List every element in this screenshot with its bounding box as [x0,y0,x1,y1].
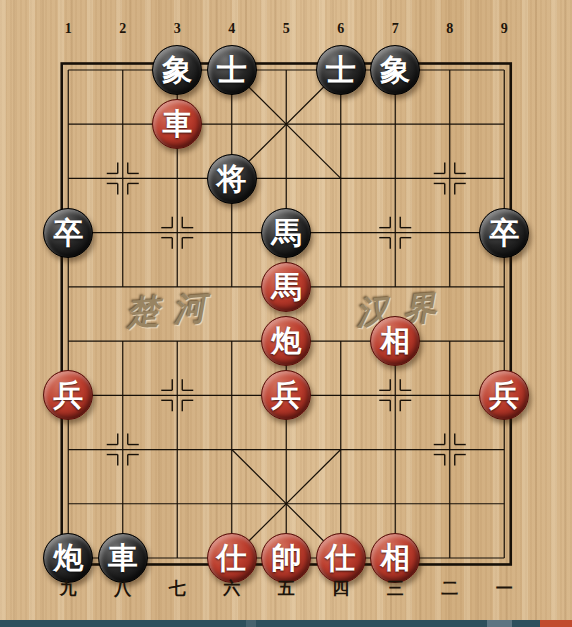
piece-glyph: 兵 [271,371,301,419]
file-label-bottom: 三 [368,577,423,600]
piece-red-cannon[interactable]: 炮 [261,316,311,366]
board-point: 卒 [41,206,96,260]
file-label-bottom: 一 [477,577,532,600]
board-point: 相 [368,314,423,368]
file-label-bottom: 九 [41,577,96,600]
file-label-top: 4 [205,21,260,39]
piece-black-cannon[interactable]: 炮 [43,533,93,583]
piece-glyph: 卒 [489,209,519,257]
file-label-bottom: 八 [96,577,151,600]
file-label-top: 3 [150,21,205,39]
piece-black-advisor[interactable]: 士 [316,45,366,95]
file-label-top: 2 [96,21,151,39]
piece-black-horse[interactable]: 馬 [261,208,311,258]
piece-black-chariot[interactable]: 車 [98,533,148,583]
piece-glyph: 仕 [217,534,247,582]
piece-red-general[interactable]: 帥 [261,533,311,583]
file-label-bottom: 七 [150,577,205,600]
piece-glyph: 相 [380,534,410,582]
board-point: 兵 [259,368,314,422]
piece-red-pawn[interactable]: 兵 [479,370,529,420]
piece-glyph: 士 [326,46,356,94]
piece-red-advisor[interactable]: 仕 [316,533,366,583]
board-point: 士 [314,43,369,97]
xiangqi-board[interactable]: 象士士象車将卒馬卒馬炮相兵兵兵炮車仕帥仕相 [41,43,532,585]
piece-black-advisor[interactable]: 士 [207,45,257,95]
piece-glyph: 馬 [271,209,301,257]
piece-black-elephant[interactable]: 象 [152,45,202,95]
piece-red-pawn[interactable]: 兵 [261,370,311,420]
board-point: 炮 [259,314,314,368]
file-labels-bottom: 九八七六五四三二一 [41,577,532,595]
piece-red-chariot[interactable]: 車 [152,99,202,149]
file-label-top: 5 [259,21,314,39]
piece-glyph: 象 [380,46,410,94]
piece-glyph: 将 [217,155,247,203]
piece-glyph: 車 [162,100,192,148]
file-labels-top: 123456789 [41,21,532,39]
board-point: 兵 [41,368,96,422]
edge-bar-gray-segment [487,620,512,627]
piece-glyph: 兵 [53,371,83,419]
piece-glyph: 仕 [326,534,356,582]
piece-glyph: 炮 [271,317,301,365]
piece-glyph: 帥 [271,534,301,582]
file-label-bottom: 四 [314,577,369,600]
piece-black-general[interactable]: 将 [207,154,257,204]
file-label-bottom: 二 [423,577,478,600]
file-label-top: 9 [477,21,532,39]
file-label-top: 7 [368,21,423,39]
piece-glyph: 士 [217,46,247,94]
piece-black-elephant[interactable]: 象 [370,45,420,95]
piece-red-horse[interactable]: 馬 [261,262,311,312]
piece-glyph: 炮 [53,534,83,582]
piece-glyph: 馬 [271,263,301,311]
piece-red-elephant[interactable]: 相 [370,316,420,366]
piece-glyph: 車 [108,534,138,582]
board-point: 将 [205,151,260,205]
board-point: 卒 [477,206,532,260]
file-label-top: 6 [314,21,369,39]
board-point: 士 [205,43,260,97]
file-label-bottom: 六 [205,577,260,600]
bottom-edge-bar [0,620,572,627]
file-label-bottom: 五 [259,577,314,600]
piece-glyph: 象 [162,46,192,94]
board-point: 馬 [259,206,314,260]
file-label-top: 1 [41,21,96,39]
board-point: 象 [150,43,205,97]
piece-black-pawn[interactable]: 卒 [479,208,529,258]
piece-red-pawn[interactable]: 兵 [43,370,93,420]
piece-red-elephant[interactable]: 相 [370,533,420,583]
file-label-top: 8 [423,21,478,39]
piece-glyph: 相 [380,317,410,365]
piece-glyph: 兵 [489,371,519,419]
board-point: 象 [368,43,423,97]
piece-red-advisor[interactable]: 仕 [207,533,257,583]
board-point: 兵 [477,368,532,422]
piece-black-pawn[interactable]: 卒 [43,208,93,258]
edge-bar-red-segment [540,620,572,627]
edge-bar-notch [246,620,256,627]
xiangqi-app-window: 123456789 楚河 汉界 象士士象車将卒馬卒馬炮相兵兵兵炮車仕帥仕相 九八… [0,0,572,627]
piece-glyph: 卒 [53,209,83,257]
board-point: 車 [150,97,205,151]
board-point: 馬 [259,260,314,314]
